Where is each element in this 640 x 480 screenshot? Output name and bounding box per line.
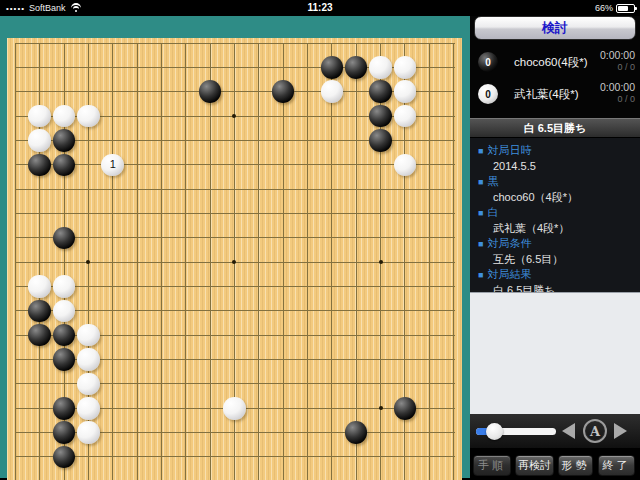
black-stone — [53, 324, 76, 347]
white-stone — [77, 324, 100, 347]
comment-area — [470, 292, 640, 414]
next-move-button[interactable] — [614, 423, 627, 439]
square-bullet-icon: ■ — [478, 208, 483, 218]
square-bullet-icon: ■ — [478, 270, 483, 280]
white-stone — [394, 80, 417, 103]
star-point — [379, 406, 383, 410]
move-navigation-bar: A — [470, 414, 640, 448]
black-stone — [53, 154, 76, 177]
grid-line-vertical — [331, 43, 332, 480]
white-stone — [28, 105, 51, 128]
black-stone — [345, 56, 368, 79]
grid-line-horizontal — [15, 286, 454, 287]
move-slider-track[interactable] — [476, 428, 556, 435]
white-stone — [53, 275, 76, 298]
black-stone — [369, 105, 392, 128]
grid-line-vertical — [258, 43, 259, 480]
grid-line-horizontal — [15, 310, 454, 311]
grid-line-vertical — [429, 43, 430, 480]
grid-line-vertical — [283, 43, 284, 480]
grid-line-horizontal — [15, 213, 454, 214]
review-panel: 検討 0 choco60(4段*) 0:00:00 0 / 0 0 武礼葉(4段… — [470, 16, 640, 480]
black-stone — [28, 300, 51, 323]
white-stone — [77, 397, 100, 420]
black-stone — [28, 154, 51, 177]
star-point — [232, 260, 236, 264]
white-stone — [223, 397, 246, 420]
move-slider-thumb[interactable] — [486, 423, 503, 440]
battery-block: 66% — [595, 0, 635, 16]
info-value: 互先（6.5目） — [493, 252, 632, 267]
black-stone — [369, 80, 392, 103]
status-bar: ••••• SoftBank 11:23 66% — [0, 0, 640, 16]
player-row-white: 0 武礼葉(4段*) 0:00:00 0 / 0 — [470, 78, 640, 110]
white-stone: 1 — [101, 154, 124, 177]
black-player-name: choco60(4段*) — [514, 55, 588, 70]
grid-line-horizontal — [15, 189, 454, 190]
moves-button[interactable]: 手順 — [473, 455, 511, 476]
grid-line-vertical — [356, 43, 357, 480]
white-time-main: 0:00:00 — [600, 81, 635, 94]
square-bullet-icon: ■ — [478, 146, 483, 156]
white-stone — [77, 105, 100, 128]
clock-time: 11:23 — [0, 2, 640, 13]
black-stone — [345, 421, 368, 444]
grid-line-horizontal — [15, 43, 454, 44]
black-stone — [272, 80, 295, 103]
auto-play-letter: A — [590, 425, 600, 438]
star-point — [86, 260, 90, 264]
board-frame: 1 — [0, 16, 470, 478]
auto-play-button[interactable]: A — [583, 419, 607, 443]
black-stone — [321, 56, 344, 79]
white-stone — [77, 348, 100, 371]
black-time-main: 0:00:00 — [600, 49, 635, 62]
move-number-label: 1 — [110, 159, 116, 170]
white-player-time: 0:00:00 0 / 0 — [600, 81, 635, 105]
review-mode-button[interactable]: 検討 — [474, 16, 636, 40]
player-row-black: 0 choco60(4段*) 0:00:00 0 / 0 — [470, 46, 640, 78]
go-board[interactable]: 1 — [7, 38, 462, 480]
white-stone — [28, 129, 51, 152]
star-point — [232, 114, 236, 118]
black-player-time: 0:00:00 0 / 0 — [600, 49, 635, 73]
re-review-button[interactable]: 再検討 — [515, 455, 554, 476]
white-stone — [28, 275, 51, 298]
info-value: 2014.5.5 — [493, 159, 632, 174]
black-time-periods: 0 / 0 — [600, 62, 635, 73]
battery-percent: 66% — [595, 3, 613, 13]
square-bullet-icon: ■ — [478, 177, 483, 187]
info-label: ■対局日時 — [478, 143, 632, 159]
black-stone — [53, 397, 76, 420]
white-stone-icon: 0 — [478, 84, 498, 104]
black-stone — [28, 324, 51, 347]
black-stone — [53, 348, 76, 371]
white-stone — [77, 421, 100, 444]
info-value: choco60（4段*） — [493, 190, 632, 205]
battery-icon — [616, 4, 635, 13]
grid-line-vertical — [307, 43, 308, 480]
white-stone — [394, 105, 417, 128]
white-stone — [321, 80, 344, 103]
white-time-periods: 0 / 0 — [600, 94, 635, 105]
star-point — [379, 260, 383, 264]
info-label: ■対局結果 — [478, 267, 632, 283]
square-bullet-icon: ■ — [478, 239, 483, 249]
info-label: ■黒 — [478, 174, 632, 190]
white-stone — [369, 56, 392, 79]
black-stone — [394, 397, 417, 420]
bottom-button-bar: 手順再検討形勢終了 — [470, 448, 640, 480]
black-stone — [369, 129, 392, 152]
info-value: 武礼葉（4段*） — [493, 221, 632, 236]
grid-line-horizontal — [15, 164, 454, 165]
grid-line-horizontal — [15, 237, 454, 238]
previous-move-button[interactable] — [562, 423, 575, 439]
black-stone — [53, 227, 76, 250]
white-stone — [394, 56, 417, 79]
white-stone — [53, 105, 76, 128]
black-stone — [199, 80, 222, 103]
black-stone-icon: 0 — [478, 52, 498, 72]
game-result-bar: 白 6.5目勝ち — [470, 118, 640, 138]
app-screen: ••••• SoftBank 11:23 66% 1 検討 0 choco60(… — [0, 0, 640, 480]
game-info-list: ■対局日時2014.5.5■黒choco60（4段*）■白武礼葉（4段*）■対局… — [470, 138, 640, 292]
white-stone — [53, 300, 76, 323]
black-stone — [53, 129, 76, 152]
white-stone — [394, 154, 417, 177]
white-stone — [77, 373, 100, 396]
info-label: ■対局条件 — [478, 236, 632, 252]
white-player-name: 武礼葉(4段*) — [514, 87, 579, 102]
black-stone — [53, 421, 76, 444]
grid-line-horizontal — [15, 456, 454, 457]
exit-button[interactable]: 終了 — [598, 455, 635, 476]
black-stone — [53, 446, 76, 469]
territory-button[interactable]: 形勢 — [558, 455, 593, 476]
grid-line-vertical — [453, 43, 454, 480]
info-label: ■白 — [478, 205, 632, 221]
